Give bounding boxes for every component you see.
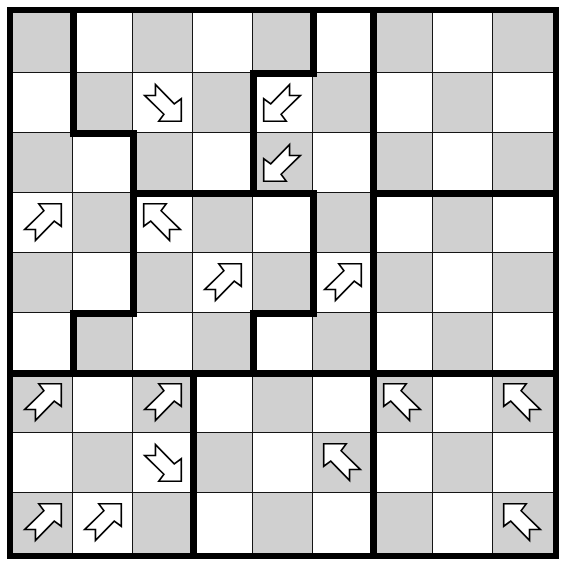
grid-cell-r2c4[interactable] — [193, 73, 253, 133]
arrow-nw-icon — [379, 379, 426, 426]
grid-cell-r3c7[interactable] — [373, 133, 433, 193]
grid-cell-r7c7[interactable] — [373, 373, 433, 433]
arrow-nw-icon — [499, 379, 546, 426]
grid-cell-r3c1[interactable] — [13, 133, 73, 193]
arrow-sw-icon — [259, 79, 306, 126]
arrow-ne-icon — [19, 199, 66, 246]
grid-cell-r3c9[interactable] — [493, 133, 553, 193]
grid-cell-r7c3[interactable] — [133, 373, 193, 433]
grid-cell-r4c2[interactable] — [73, 193, 133, 253]
arrow-se-icon — [139, 79, 186, 126]
grid-cell-r3c2[interactable] — [73, 133, 133, 193]
grid-cell-r1c1[interactable] — [13, 13, 73, 73]
grid-cell-r4c1[interactable] — [13, 193, 73, 253]
grid-cell-r3c3[interactable] — [133, 133, 193, 193]
puzzle-grid — [13, 13, 553, 553]
grid-cell-r8c9[interactable] — [493, 433, 553, 493]
grid-cell-r2c9[interactable] — [493, 73, 553, 133]
grid-cell-r9c9[interactable] — [493, 493, 553, 553]
arrow-nw-icon — [319, 439, 366, 486]
grid-cell-r8c5[interactable] — [253, 433, 313, 493]
grid-cell-r2c8[interactable] — [433, 73, 493, 133]
grid-cell-r5c6[interactable] — [313, 253, 373, 313]
puzzle-page: { "game": "arrow-grid-puzzle (9x9 sudoku… — [0, 0, 561, 562]
grid-cell-r6c7[interactable] — [373, 313, 433, 373]
grid-cell-r5c1[interactable] — [13, 253, 73, 313]
grid-cell-r5c3[interactable] — [133, 253, 193, 313]
grid-cell-r1c2[interactable] — [73, 13, 133, 73]
arrow-ne-icon — [319, 259, 366, 306]
grid-cell-r1c4[interactable] — [193, 13, 253, 73]
grid-cell-r8c1[interactable] — [13, 433, 73, 493]
grid-cell-r9c3[interactable] — [133, 493, 193, 553]
grid-cell-r7c5[interactable] — [253, 373, 313, 433]
grid-cell-r5c4[interactable] — [193, 253, 253, 313]
grid-cell-r9c2[interactable] — [73, 493, 133, 553]
grid-cell-r8c6[interactable] — [313, 433, 373, 493]
grid-cell-r2c7[interactable] — [373, 73, 433, 133]
grid-cell-r6c2[interactable] — [73, 313, 133, 373]
grid-cell-r9c4[interactable] — [193, 493, 253, 553]
grid-cell-r7c1[interactable] — [13, 373, 73, 433]
grid-cell-r1c7[interactable] — [373, 13, 433, 73]
grid-cell-r3c6[interactable] — [313, 133, 373, 193]
grid-cell-r2c6[interactable] — [313, 73, 373, 133]
grid-cell-r6c6[interactable] — [313, 313, 373, 373]
grid-cell-r9c8[interactable] — [433, 493, 493, 553]
grid-cell-r8c7[interactable] — [373, 433, 433, 493]
arrow-nw-icon — [139, 199, 186, 246]
grid-cell-r9c7[interactable] — [373, 493, 433, 553]
grid-cell-r6c4[interactable] — [193, 313, 253, 373]
grid-cell-r2c3[interactable] — [133, 73, 193, 133]
grid-cell-r4c6[interactable] — [313, 193, 373, 253]
grid-cell-r4c7[interactable] — [373, 193, 433, 253]
grid-cell-r6c1[interactable] — [13, 313, 73, 373]
grid-cell-r1c3[interactable] — [133, 13, 193, 73]
grid-cell-r2c5[interactable] — [253, 73, 313, 133]
arrow-ne-icon — [199, 259, 246, 306]
grid-cell-r4c3[interactable] — [133, 193, 193, 253]
puzzle-board — [7, 7, 559, 559]
arrow-sw-icon — [259, 139, 306, 186]
grid-cell-r7c9[interactable] — [493, 373, 553, 433]
arrow-nw-icon — [499, 499, 546, 546]
grid-cell-r5c5[interactable] — [253, 253, 313, 313]
grid-cell-r3c4[interactable] — [193, 133, 253, 193]
arrow-ne-icon — [139, 379, 186, 426]
grid-cell-r6c5[interactable] — [253, 313, 313, 373]
grid-cell-r7c8[interactable] — [433, 373, 493, 433]
grid-cell-r7c2[interactable] — [73, 373, 133, 433]
grid-cell-r8c3[interactable] — [133, 433, 193, 493]
grid-cell-r3c5[interactable] — [253, 133, 313, 193]
grid-cell-r7c6[interactable] — [313, 373, 373, 433]
grid-cell-r6c8[interactable] — [433, 313, 493, 373]
grid-cell-r5c7[interactable] — [373, 253, 433, 313]
grid-cell-r4c5[interactable] — [253, 193, 313, 253]
grid-cell-r4c9[interactable] — [493, 193, 553, 253]
grid-cell-r2c2[interactable] — [73, 73, 133, 133]
grid-cell-r1c9[interactable] — [493, 13, 553, 73]
arrow-se-icon — [139, 439, 186, 486]
grid-cell-r1c8[interactable] — [433, 13, 493, 73]
grid-cell-r7c4[interactable] — [193, 373, 253, 433]
grid-cell-r2c1[interactable] — [13, 73, 73, 133]
grid-cell-r8c4[interactable] — [193, 433, 253, 493]
grid-cell-r3c8[interactable] — [433, 133, 493, 193]
grid-cell-r5c8[interactable] — [433, 253, 493, 313]
grid-cell-r8c2[interactable] — [73, 433, 133, 493]
grid-cell-r9c1[interactable] — [13, 493, 73, 553]
grid-cell-r1c5[interactable] — [253, 13, 313, 73]
arrow-ne-icon — [19, 499, 66, 546]
grid-cell-r1c6[interactable] — [313, 13, 373, 73]
grid-cell-r6c9[interactable] — [493, 313, 553, 373]
arrow-ne-icon — [19, 379, 66, 426]
grid-cell-r8c8[interactable] — [433, 433, 493, 493]
grid-cell-r9c6[interactable] — [313, 493, 373, 553]
arrow-ne-icon — [79, 499, 126, 546]
grid-cell-r5c2[interactable] — [73, 253, 133, 313]
grid-cell-r4c8[interactable] — [433, 193, 493, 253]
grid-cell-r5c9[interactable] — [493, 253, 553, 313]
grid-cell-r4c4[interactable] — [193, 193, 253, 253]
grid-cell-r6c3[interactable] — [133, 313, 193, 373]
grid-cell-r9c5[interactable] — [253, 493, 313, 553]
